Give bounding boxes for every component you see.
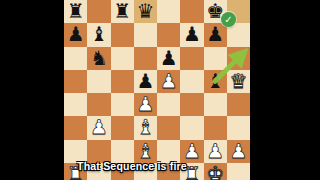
square-d7[interactable] bbox=[134, 23, 157, 46]
square-e4[interactable] bbox=[157, 93, 180, 116]
square-g1[interactable]: ♚ bbox=[204, 163, 227, 180]
check-icon: ✓ bbox=[224, 12, 232, 27]
letterbox-right bbox=[250, 0, 320, 180]
square-c8[interactable]: ♜ bbox=[111, 0, 134, 23]
piece-black-pawn[interactable]: ♟ bbox=[183, 23, 201, 46]
piece-black-pawn[interactable]: ♟ bbox=[67, 23, 85, 46]
square-a6[interactable] bbox=[64, 47, 87, 70]
square-d5[interactable]: ♟ bbox=[134, 70, 157, 93]
piece-white-pawn[interactable]: ♟ bbox=[136, 93, 154, 116]
square-a7[interactable]: ♟ bbox=[64, 23, 87, 46]
square-f3[interactable] bbox=[180, 116, 203, 139]
piece-black-rook[interactable]: ♜ bbox=[113, 0, 131, 23]
square-b5[interactable] bbox=[87, 70, 110, 93]
piece-black-bishop[interactable]: ♝ bbox=[90, 23, 108, 46]
square-g3[interactable] bbox=[204, 116, 227, 139]
square-a3[interactable] bbox=[64, 116, 87, 139]
square-a4[interactable] bbox=[64, 93, 87, 116]
piece-black-bishop[interactable]: ♝ bbox=[206, 70, 224, 93]
piece-black-rook[interactable]: ♜ bbox=[67, 0, 85, 23]
square-b8[interactable] bbox=[87, 0, 110, 23]
square-c4[interactable] bbox=[111, 93, 134, 116]
square-h2[interactable]: ♟ bbox=[227, 140, 250, 163]
square-c6[interactable] bbox=[111, 47, 134, 70]
square-c3[interactable] bbox=[111, 116, 134, 139]
video-frame: ♜♜♛♚♟♝♟♟♞♟♟♟♝♛♟♟♝♝♟♟♟♜♜♚ ✓ That Sequence… bbox=[0, 0, 320, 180]
square-g5[interactable]: ♝ bbox=[204, 70, 227, 93]
piece-white-queen[interactable]: ♛ bbox=[229, 70, 247, 93]
piece-white-king[interactable]: ♚ bbox=[206, 163, 224, 180]
square-h4[interactable] bbox=[227, 93, 250, 116]
square-f8[interactable] bbox=[180, 0, 203, 23]
square-h1[interactable] bbox=[227, 163, 250, 180]
piece-white-pawn[interactable]: ♟ bbox=[229, 140, 247, 163]
square-g6[interactable] bbox=[204, 47, 227, 70]
square-d3[interactable]: ♝ bbox=[134, 116, 157, 139]
piece-black-pawn[interactable]: ♟ bbox=[136, 70, 154, 93]
square-c5[interactable] bbox=[111, 70, 134, 93]
square-h5[interactable]: ♛ bbox=[227, 70, 250, 93]
piece-white-bishop[interactable]: ♝ bbox=[136, 116, 154, 139]
square-d8[interactable]: ♛ bbox=[134, 0, 157, 23]
square-e5[interactable]: ♟ bbox=[157, 70, 180, 93]
square-a8[interactable]: ♜ bbox=[64, 0, 87, 23]
letterbox-left bbox=[0, 0, 64, 180]
square-d6[interactable] bbox=[134, 47, 157, 70]
square-b6[interactable]: ♞ bbox=[87, 47, 110, 70]
square-h3[interactable] bbox=[227, 116, 250, 139]
piece-white-pawn[interactable]: ♟ bbox=[160, 70, 178, 93]
square-c7[interactable] bbox=[111, 23, 134, 46]
piece-black-queen[interactable]: ♛ bbox=[136, 0, 154, 23]
square-e3[interactable] bbox=[157, 116, 180, 139]
piece-black-pawn[interactable]: ♟ bbox=[160, 47, 178, 70]
square-f4[interactable] bbox=[180, 93, 203, 116]
square-f5[interactable] bbox=[180, 70, 203, 93]
square-h6[interactable] bbox=[227, 47, 250, 70]
square-d4[interactable]: ♟ bbox=[134, 93, 157, 116]
square-b4[interactable] bbox=[87, 93, 110, 116]
square-e6[interactable]: ♟ bbox=[157, 47, 180, 70]
square-e7[interactable] bbox=[157, 23, 180, 46]
piece-white-pawn[interactable]: ♟ bbox=[90, 116, 108, 139]
piece-black-knight[interactable]: ♞ bbox=[90, 47, 108, 70]
square-b7[interactable]: ♝ bbox=[87, 23, 110, 46]
square-g4[interactable] bbox=[204, 93, 227, 116]
square-g7[interactable]: ♟ bbox=[204, 23, 227, 46]
square-e8[interactable] bbox=[157, 0, 180, 23]
square-a5[interactable] bbox=[64, 70, 87, 93]
chess-board: ♜♜♛♚♟♝♟♟♞♟♟♟♝♛♟♟♝♝♟♟♟♜♜♚ bbox=[64, 0, 250, 180]
correct-move-badge: ✓ bbox=[221, 12, 236, 27]
square-f6[interactable] bbox=[180, 47, 203, 70]
piece-white-pawn[interactable]: ♟ bbox=[206, 140, 224, 163]
square-g2[interactable]: ♟ bbox=[204, 140, 227, 163]
caption-text: That Sequence is fire bbox=[67, 160, 197, 174]
square-b3[interactable]: ♟ bbox=[87, 116, 110, 139]
square-f7[interactable]: ♟ bbox=[180, 23, 203, 46]
piece-black-pawn[interactable]: ♟ bbox=[206, 23, 224, 46]
